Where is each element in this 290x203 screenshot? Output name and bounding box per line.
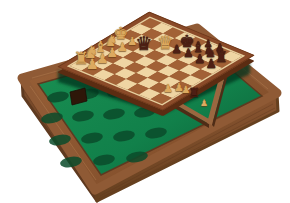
chess-set-photo: ♚♟♟♞♚♛♛♟♟♝♝♟♞♟♟♞♜♟♟♜♟♟♟♟♟♜♟ [0,0,290,203]
